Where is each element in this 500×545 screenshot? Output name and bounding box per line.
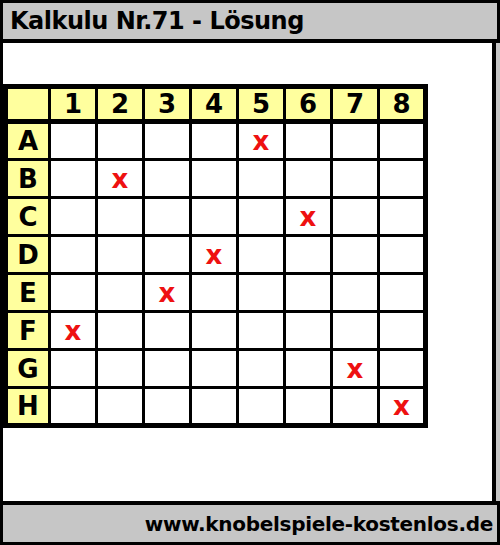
cell-F5 [238, 312, 285, 350]
cell-F1-mark: x [50, 312, 97, 350]
cell-C3 [144, 198, 191, 236]
cell-G3 [144, 350, 191, 388]
cell-B4 [191, 160, 238, 198]
grid-corner-cell [6, 87, 50, 122]
cell-G4 [191, 350, 238, 388]
cell-H6 [285, 388, 332, 426]
cell-E5 [238, 274, 285, 312]
cell-B6 [285, 160, 332, 198]
footer-bar: www.knobelspiele-kostenlos.de [0, 501, 500, 545]
cell-B2-mark: x [97, 160, 144, 198]
cell-B7 [332, 160, 379, 198]
grid-row-D: Dx [6, 236, 426, 274]
row-header-C: C [6, 198, 50, 236]
cell-E4 [191, 274, 238, 312]
cell-C5 [238, 198, 285, 236]
cell-D4-mark: x [191, 236, 238, 274]
cell-H3 [144, 388, 191, 426]
cell-D1 [50, 236, 97, 274]
cell-E3-mark: x [144, 274, 191, 312]
footer-url: www.knobelspiele-kostenlos.de [145, 512, 493, 536]
cell-A1 [50, 122, 97, 160]
cell-F4 [191, 312, 238, 350]
cell-G7-mark: x [332, 350, 379, 388]
page-title: Kalkulu Nr.71 - Lösung [10, 7, 304, 35]
row-header-F: F [6, 312, 50, 350]
cell-A8 [379, 122, 426, 160]
cell-G6 [285, 350, 332, 388]
cell-A5-mark: x [238, 122, 285, 160]
cell-G2 [97, 350, 144, 388]
col-header-7: 7 [332, 87, 379, 122]
cell-F6 [285, 312, 332, 350]
row-header-E: E [6, 274, 50, 312]
cell-B8 [379, 160, 426, 198]
grid-row-E: Ex [6, 274, 426, 312]
cell-D3 [144, 236, 191, 274]
cell-A6 [285, 122, 332, 160]
cell-H8-mark: x [379, 388, 426, 426]
col-header-3: 3 [144, 87, 191, 122]
cell-D2 [97, 236, 144, 274]
cell-B1 [50, 160, 97, 198]
col-header-2: 2 [97, 87, 144, 122]
cell-F8 [379, 312, 426, 350]
col-header-4: 4 [191, 87, 238, 122]
cell-E1 [50, 274, 97, 312]
cell-F2 [97, 312, 144, 350]
grid-header-row: 12345678 [6, 87, 426, 122]
cell-C1 [50, 198, 97, 236]
cell-B5 [238, 160, 285, 198]
cell-C7 [332, 198, 379, 236]
row-header-G: G [6, 350, 50, 388]
col-header-1: 1 [50, 87, 97, 122]
cell-G8 [379, 350, 426, 388]
cell-C8 [379, 198, 426, 236]
row-header-D: D [6, 236, 50, 274]
title-bar: Kalkulu Nr.71 - Lösung [0, 0, 500, 43]
content-area: 12345678AxBxCxDxExFxGxHx [0, 43, 496, 501]
cell-D7 [332, 236, 379, 274]
cell-F3 [144, 312, 191, 350]
grid-row-A: Ax [6, 122, 426, 160]
grid-row-B: Bx [6, 160, 426, 198]
row-header-A: A [6, 122, 50, 160]
cell-H4 [191, 388, 238, 426]
cell-A3 [144, 122, 191, 160]
cell-G1 [50, 350, 97, 388]
cell-E6 [285, 274, 332, 312]
cell-H5 [238, 388, 285, 426]
col-header-5: 5 [238, 87, 285, 122]
col-header-6: 6 [285, 87, 332, 122]
cell-C4 [191, 198, 238, 236]
cell-D8 [379, 236, 426, 274]
cell-A2 [97, 122, 144, 160]
cell-H2 [97, 388, 144, 426]
cell-H7 [332, 388, 379, 426]
cell-F7 [332, 312, 379, 350]
cell-E8 [379, 274, 426, 312]
cell-A7 [332, 122, 379, 160]
col-header-8: 8 [379, 87, 426, 122]
cell-E7 [332, 274, 379, 312]
cell-E2 [97, 274, 144, 312]
cell-D5 [238, 236, 285, 274]
grid-row-H: Hx [6, 388, 426, 426]
grid-row-C: Cx [6, 198, 426, 236]
cell-A4 [191, 122, 238, 160]
grid-row-F: Fx [6, 312, 426, 350]
cell-B3 [144, 160, 191, 198]
cell-H1 [50, 388, 97, 426]
cell-C2 [97, 198, 144, 236]
row-header-B: B [6, 160, 50, 198]
puzzle-grid: 12345678AxBxCxDxExFxGxHx [3, 84, 428, 428]
cell-G5 [238, 350, 285, 388]
row-header-H: H [6, 388, 50, 426]
cell-C6-mark: x [285, 198, 332, 236]
cell-D6 [285, 236, 332, 274]
grid-row-G: Gx [6, 350, 426, 388]
